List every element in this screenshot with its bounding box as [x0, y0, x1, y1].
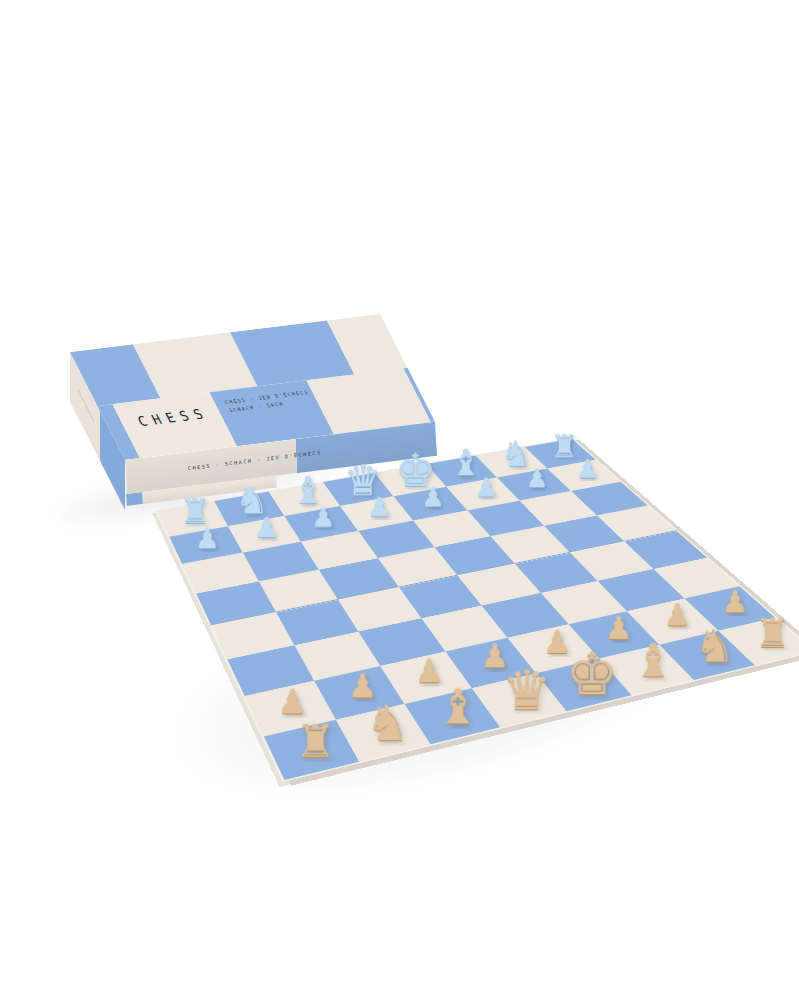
- piece-wood-king[interactable]: ♚: [566, 645, 618, 704]
- piece-blue-pawn[interactable]: ♟: [576, 457, 599, 483]
- piece-blue-pawn[interactable]: ♟: [311, 504, 335, 531]
- piece-blue-pawn[interactable]: ♟: [195, 525, 220, 553]
- piece-wood-pawn[interactable]: ♟: [664, 600, 692, 631]
- piece-wood-rook[interactable]: ♜: [295, 719, 336, 764]
- piece-wood-knight[interactable]: ♞: [694, 624, 735, 669]
- board-scene: ♜♞♝♛♚♝♞♜♟♟♟♟♟♟♟♟♟♟♟♟♟♟♟♟♜♞♝♛♚♝♞♜: [0, 0, 799, 1000]
- piece-blue-pawn[interactable]: ♟: [474, 475, 498, 501]
- piece-blue-rook[interactable]: ♜: [550, 430, 578, 462]
- piece-wood-bishop[interactable]: ♝: [436, 683, 480, 732]
- piece-wood-pawn[interactable]: ♟: [721, 587, 748, 617]
- piece-blue-pawn[interactable]: ♟: [254, 514, 279, 542]
- piece-wood-queen[interactable]: ♛: [502, 663, 551, 718]
- piece-blue-pawn[interactable]: ♟: [526, 466, 549, 492]
- piece-blue-pawn[interactable]: ♟: [367, 494, 391, 521]
- piece-wood-knight[interactable]: ♞: [366, 699, 410, 748]
- piece-wood-pawn[interactable]: ♟: [278, 685, 308, 719]
- piece-blue-pawn[interactable]: ♟: [421, 484, 445, 511]
- piece-wood-bishop[interactable]: ♝: [633, 638, 674, 684]
- chess-board[interactable]: ♜♞♝♛♚♝♞♜♟♟♟♟♟♟♟♟♟♟♟♟♟♟♟♟♜♞♝♛♚♝♞♜: [155, 438, 799, 782]
- product-photo: PRINTWORKS CHESS CHESS · JEU D'ÉCHECS SC…: [0, 0, 799, 1000]
- piece-wood-rook[interactable]: ♜: [755, 613, 791, 653]
